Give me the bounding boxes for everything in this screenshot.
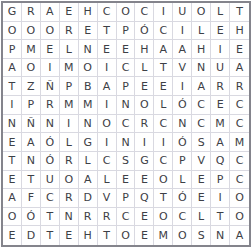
cell-r7c8[interactable]: R bbox=[135, 115, 154, 134]
cell-r2c11[interactable]: L bbox=[192, 22, 211, 41]
cell-r6c9[interactable]: L bbox=[154, 96, 173, 115]
cell-r8c8[interactable]: I bbox=[135, 133, 154, 152]
cell-r1c9[interactable]: I bbox=[154, 3, 173, 22]
cell-r1c4[interactable]: E bbox=[60, 3, 79, 22]
cell-r2c1[interactable]: O bbox=[3, 22, 22, 41]
cell-r1c13[interactable]: T bbox=[230, 3, 249, 22]
cell-r2c5[interactable]: E bbox=[79, 22, 98, 41]
cell-r11c2[interactable]: F bbox=[22, 189, 41, 208]
cell-r7c3[interactable]: N bbox=[41, 115, 60, 134]
cell-r10c5[interactable]: A bbox=[79, 171, 98, 190]
cell-r8c10[interactable]: Ó bbox=[173, 133, 192, 152]
cell-r11c12[interactable]: I bbox=[211, 189, 230, 208]
cell-r3c1[interactable]: P bbox=[3, 40, 22, 59]
cell-r10c12[interactable]: P bbox=[211, 171, 230, 190]
cell-r4c6[interactable]: I bbox=[98, 59, 117, 78]
cell-r12c7[interactable]: C bbox=[117, 208, 136, 227]
cell-r7c5[interactable]: N bbox=[79, 115, 98, 134]
cell-r13c11[interactable]: S bbox=[192, 226, 211, 245]
cell-r1c6[interactable]: C bbox=[98, 3, 117, 22]
cell-r3c12[interactable]: I bbox=[211, 40, 230, 59]
cell-r2c8[interactable]: Ó bbox=[135, 22, 154, 41]
cell-r11c11[interactable]: E bbox=[192, 189, 211, 208]
cell-r2c7[interactable]: P bbox=[117, 22, 136, 41]
cell-r7c4[interactable]: I bbox=[60, 115, 79, 134]
cell-r8c6[interactable]: I bbox=[98, 133, 117, 152]
cell-r10c11[interactable]: E bbox=[192, 171, 211, 190]
cell-r4c12[interactable]: U bbox=[211, 59, 230, 78]
word-search-page: GRAEHCOCIUOLTOOORETPÓCILEHPMELNEEHAAHIEA… bbox=[0, 0, 252, 248]
cell-r11c8[interactable]: Q bbox=[135, 189, 154, 208]
cell-r10c4[interactable]: O bbox=[60, 171, 79, 190]
cell-r9c2[interactable]: N bbox=[22, 152, 41, 171]
cell-r11c6[interactable]: V bbox=[98, 189, 117, 208]
cell-r11c9[interactable]: T bbox=[154, 189, 173, 208]
cell-r12c11[interactable]: L bbox=[192, 208, 211, 227]
cell-r2c3[interactable]: O bbox=[41, 22, 60, 41]
cell-r7c7[interactable]: C bbox=[117, 115, 136, 134]
cell-r10c9[interactable]: O bbox=[154, 171, 173, 190]
cell-r9c8[interactable]: G bbox=[135, 152, 154, 171]
cell-r4c10[interactable]: V bbox=[173, 59, 192, 78]
cell-r10c7[interactable]: E bbox=[117, 171, 136, 190]
cell-r3c7[interactable]: E bbox=[117, 40, 136, 59]
cell-r1c8[interactable]: C bbox=[135, 3, 154, 22]
cell-r1c3[interactable]: A bbox=[41, 3, 60, 22]
cell-r2c10[interactable]: I bbox=[173, 22, 192, 41]
cell-r7c12[interactable]: M bbox=[211, 115, 230, 134]
cell-r5c13[interactable]: R bbox=[230, 77, 249, 96]
cell-r11c5[interactable]: D bbox=[79, 189, 98, 208]
cell-r6c3[interactable]: R bbox=[41, 96, 60, 115]
cell-r12c13[interactable]: O bbox=[230, 208, 249, 227]
cell-r6c12[interactable]: E bbox=[211, 96, 230, 115]
cell-r8c3[interactable]: Ó bbox=[41, 133, 60, 152]
cell-r5c4[interactable]: P bbox=[60, 77, 79, 96]
cell-r8c9[interactable]: I bbox=[154, 133, 173, 152]
cell-r1c10[interactable]: U bbox=[173, 3, 192, 22]
cell-r10c1[interactable]: E bbox=[3, 171, 22, 190]
cell-r13c1[interactable]: E bbox=[3, 226, 22, 245]
cell-r2c6[interactable]: T bbox=[98, 22, 117, 41]
cell-r9c11[interactable]: V bbox=[192, 152, 211, 171]
cell-r6c7[interactable]: N bbox=[117, 96, 136, 115]
cell-r5c9[interactable]: E bbox=[154, 77, 173, 96]
cell-r3c8[interactable]: H bbox=[135, 40, 154, 59]
cell-r4c7[interactable]: C bbox=[117, 59, 136, 78]
cell-r3c3[interactable]: E bbox=[41, 40, 60, 59]
cell-r13c7[interactable]: O bbox=[117, 226, 136, 245]
cell-r9c10[interactable]: P bbox=[173, 152, 192, 171]
cell-r5c6[interactable]: A bbox=[98, 77, 117, 96]
cell-r13c5[interactable]: H bbox=[79, 226, 98, 245]
cell-r2c2[interactable]: O bbox=[22, 22, 41, 41]
cell-r4c11[interactable]: N bbox=[192, 59, 211, 78]
cell-r3c13[interactable]: E bbox=[230, 40, 249, 59]
cell-r13c2[interactable]: D bbox=[22, 226, 41, 245]
cell-r8c5[interactable]: G bbox=[79, 133, 98, 152]
cell-r11c1[interactable]: A bbox=[3, 189, 22, 208]
cell-r6c13[interactable]: C bbox=[230, 96, 249, 115]
cell-r7c9[interactable]: C bbox=[154, 115, 173, 134]
cell-r5c8[interactable]: E bbox=[135, 77, 154, 96]
cell-r7c13[interactable]: C bbox=[230, 115, 249, 134]
cell-r3c2[interactable]: M bbox=[22, 40, 41, 59]
cell-r8c4[interactable]: L bbox=[60, 133, 79, 152]
cell-r7c10[interactable]: N bbox=[173, 115, 192, 134]
cell-r4c13[interactable]: A bbox=[230, 59, 249, 78]
cell-r9c4[interactable]: R bbox=[60, 152, 79, 171]
cell-r12c6[interactable]: R bbox=[98, 208, 117, 227]
cell-r9c7[interactable]: S bbox=[117, 152, 136, 171]
cell-r8c1[interactable]: E bbox=[3, 133, 22, 152]
cell-r8c12[interactable]: A bbox=[211, 133, 230, 152]
cell-r7c2[interactable]: Ñ bbox=[22, 115, 41, 134]
cell-r5c2[interactable]: Z bbox=[22, 77, 41, 96]
cell-r5c5[interactable]: B bbox=[79, 77, 98, 96]
cell-r1c11[interactable]: O bbox=[192, 3, 211, 22]
cell-r11c3[interactable]: C bbox=[41, 189, 60, 208]
cell-r2c9[interactable]: C bbox=[154, 22, 173, 41]
cell-r4c2[interactable]: O bbox=[22, 59, 41, 78]
cell-r3c6[interactable]: E bbox=[98, 40, 117, 59]
cell-r11c13[interactable]: O bbox=[230, 189, 249, 208]
cell-r3c11[interactable]: H bbox=[192, 40, 211, 59]
cell-r2c13[interactable]: H bbox=[230, 22, 249, 41]
cell-r6c6[interactable]: I bbox=[98, 96, 117, 115]
cell-r5c7[interactable]: P bbox=[117, 77, 136, 96]
cell-r6c1[interactable]: I bbox=[3, 96, 22, 115]
cell-r13c10[interactable]: O bbox=[173, 226, 192, 245]
cell-r10c13[interactable]: C bbox=[230, 171, 249, 190]
cell-r4c9[interactable]: T bbox=[154, 59, 173, 78]
cell-r6c10[interactable]: Ó bbox=[173, 96, 192, 115]
cell-r6c4[interactable]: M bbox=[60, 96, 79, 115]
cell-r8c11[interactable]: S bbox=[192, 133, 211, 152]
cell-r3c4[interactable]: L bbox=[60, 40, 79, 59]
cell-r13c4[interactable]: E bbox=[60, 226, 79, 245]
cell-r12c4[interactable]: N bbox=[60, 208, 79, 227]
cell-r5c12[interactable]: R bbox=[211, 77, 230, 96]
cell-r4c5[interactable]: O bbox=[79, 59, 98, 78]
cell-r8c2[interactable]: A bbox=[22, 133, 41, 152]
cell-r9c1[interactable]: T bbox=[3, 152, 22, 171]
cell-r12c8[interactable]: E bbox=[135, 208, 154, 227]
cell-r5c11[interactable]: A bbox=[192, 77, 211, 96]
cell-r10c6[interactable]: L bbox=[98, 171, 117, 190]
cell-r5c3[interactable]: Ñ bbox=[41, 77, 60, 96]
cell-r5c10[interactable]: I bbox=[173, 77, 192, 96]
cell-r12c12[interactable]: T bbox=[211, 208, 230, 227]
cell-r9c5[interactable]: L bbox=[79, 152, 98, 171]
cell-r11c4[interactable]: R bbox=[60, 189, 79, 208]
cell-r10c10[interactable]: L bbox=[173, 171, 192, 190]
cell-r13c12[interactable]: N bbox=[211, 226, 230, 245]
cell-r10c3[interactable]: U bbox=[41, 171, 60, 190]
cell-r1c1[interactable]: G bbox=[3, 3, 22, 22]
cell-r13c3[interactable]: T bbox=[41, 226, 60, 245]
cell-r10c2[interactable]: T bbox=[22, 171, 41, 190]
cell-r3c10[interactable]: A bbox=[173, 40, 192, 59]
cell-r12c2[interactable]: Ó bbox=[22, 208, 41, 227]
cell-r2c4[interactable]: R bbox=[60, 22, 79, 41]
cell-r8c13[interactable]: M bbox=[230, 133, 249, 152]
cell-r9c9[interactable]: C bbox=[154, 152, 173, 171]
cell-r4c4[interactable]: M bbox=[60, 59, 79, 78]
cell-r5c1[interactable]: T bbox=[3, 77, 22, 96]
cell-r7c1[interactable]: N bbox=[3, 115, 22, 134]
cell-r13c13[interactable]: A bbox=[230, 226, 249, 245]
cell-r12c1[interactable]: O bbox=[3, 208, 22, 227]
cell-r13c9[interactable]: M bbox=[154, 226, 173, 245]
cell-r6c5[interactable]: M bbox=[79, 96, 98, 115]
cell-r12c9[interactable]: O bbox=[154, 208, 173, 227]
word-search-board: GRAEHCOCIUOLTOOORETPÓCILEHPMELNEEHAAHIEA… bbox=[1, 1, 251, 247]
cell-r9c13[interactable]: C bbox=[230, 152, 249, 171]
cell-r11c10[interactable]: Ó bbox=[173, 189, 192, 208]
cell-r11c7[interactable]: P bbox=[117, 189, 136, 208]
cell-r13c8[interactable]: E bbox=[135, 226, 154, 245]
cell-r1c5[interactable]: H bbox=[79, 3, 98, 22]
cell-r1c2[interactable]: R bbox=[22, 3, 41, 22]
cell-r6c11[interactable]: C bbox=[192, 96, 211, 115]
cell-r6c8[interactable]: O bbox=[135, 96, 154, 115]
cell-r6c2[interactable]: P bbox=[22, 96, 41, 115]
cell-r9c3[interactable]: Ó bbox=[41, 152, 60, 171]
cell-r1c7[interactable]: O bbox=[117, 3, 136, 22]
cell-r7c11[interactable]: C bbox=[192, 115, 211, 134]
cell-r4c8[interactable]: L bbox=[135, 59, 154, 78]
cell-r12c10[interactable]: C bbox=[173, 208, 192, 227]
cell-r12c3[interactable]: T bbox=[41, 208, 60, 227]
cell-r3c9[interactable]: A bbox=[154, 40, 173, 59]
cell-r2c12[interactable]: E bbox=[211, 22, 230, 41]
cell-r9c6[interactable]: C bbox=[98, 152, 117, 171]
cell-r1c12[interactable]: L bbox=[211, 3, 230, 22]
cell-r9c12[interactable]: Q bbox=[211, 152, 230, 171]
cell-r7c6[interactable]: O bbox=[98, 115, 117, 134]
cell-r8c7[interactable]: N bbox=[117, 133, 136, 152]
cell-r12c5[interactable]: R bbox=[79, 208, 98, 227]
cell-r10c8[interactable]: E bbox=[135, 171, 154, 190]
cell-r4c1[interactable]: A bbox=[3, 59, 22, 78]
cell-r4c3[interactable]: I bbox=[41, 59, 60, 78]
cell-r13c6[interactable]: T bbox=[98, 226, 117, 245]
cell-r3c5[interactable]: N bbox=[79, 40, 98, 59]
